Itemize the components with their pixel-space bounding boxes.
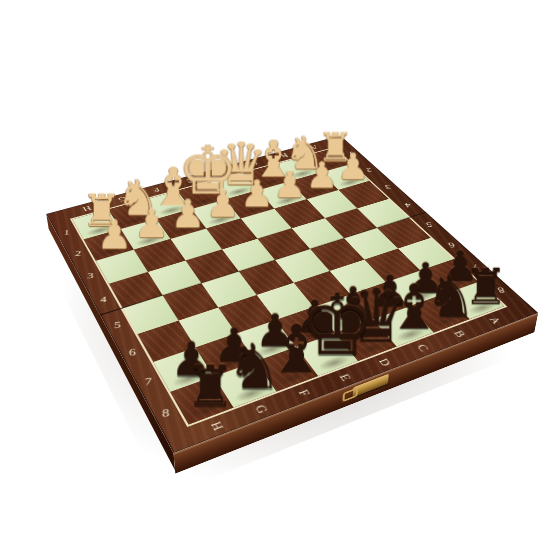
white-pawn-d2[interactable]: ♟ <box>240 175 273 212</box>
white-pawn-f2[interactable]: ♟ <box>171 194 205 232</box>
rank-label-left-2: 2 <box>67 241 89 267</box>
chess-set-photo: HGFEDCBA HGFEDCBA 12345678 12345678 ♜♞♝♚… <box>0 0 550 550</box>
black-rook-h8[interactable]: ♜ <box>185 358 235 414</box>
white-pawn-h2[interactable]: ♟ <box>97 215 133 255</box>
white-pawn-b2[interactable]: ♟ <box>306 157 338 193</box>
white-pawn-e2[interactable]: ♟ <box>206 185 240 223</box>
white-pawn-c2[interactable]: ♟ <box>273 166 306 203</box>
chess-board: HGFEDCBA HGFEDCBA 12345678 12345678 ♜♞♝♚… <box>46 135 538 453</box>
white-pawn-g2[interactable]: ♟ <box>134 204 169 243</box>
